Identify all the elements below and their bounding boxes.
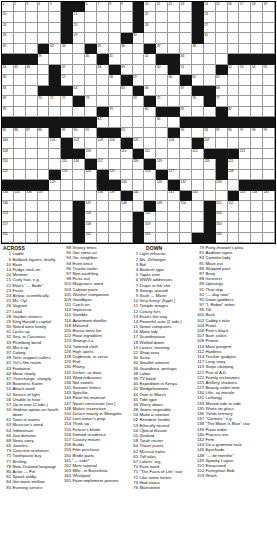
grid-cell[interactable] [144,180,156,190]
grid-cell[interactable] [239,159,251,169]
grid-cell[interactable] [263,138,275,148]
grid-cell[interactable]: 127 [168,170,180,180]
grid-cell[interactable] [144,75,156,85]
grid-cell[interactable] [156,75,168,85]
grid-cell[interactable] [168,233,180,243]
grid-cell[interactable]: 161 [2,233,14,243]
grid-cell[interactable] [251,159,263,169]
grid-cell[interactable] [49,12,61,22]
grid-cell[interactable] [239,86,251,96]
grid-cell[interactable] [97,233,109,243]
grid-cell[interactable] [228,180,240,190]
grid-cell[interactable]: 34 [61,44,73,54]
grid-cell[interactable]: 151 [216,201,228,211]
grid-cell[interactable] [14,107,26,117]
grid-cell[interactable]: 156 [216,212,228,222]
grid-cell[interactable] [26,233,38,243]
grid-cell[interactable]: 149 [156,201,168,211]
grid-cell[interactable] [26,149,38,159]
grid-cell[interactable] [180,159,192,169]
grid-cell[interactable]: 124 [85,170,97,180]
grid-cell[interactable]: 12 [168,2,180,12]
grid-cell[interactable] [251,75,263,85]
grid-cell[interactable]: 47 [61,65,73,75]
grid-cell[interactable]: 90 [73,128,85,138]
grid-cell[interactable] [14,75,26,85]
grid-cell[interactable] [168,201,180,211]
grid-cell[interactable] [109,96,121,106]
grid-cell[interactable] [168,149,180,159]
grid-cell[interactable] [251,23,263,33]
grid-cell[interactable]: 44 [2,65,14,75]
grid-cell[interactable] [156,149,168,159]
grid-cell[interactable]: 33 [49,44,61,54]
grid-cell[interactable] [180,233,192,243]
grid-cell[interactable] [239,96,251,106]
grid-cell[interactable]: 113 [239,149,251,159]
grid-cell[interactable]: 147 [85,201,97,211]
grid-cell[interactable] [121,170,133,180]
grid-cell[interactable] [156,212,168,222]
grid-cell[interactable] [49,159,61,169]
grid-cell[interactable] [38,23,50,33]
grid-cell[interactable]: 134 [2,191,14,201]
grid-cell[interactable] [144,65,156,75]
grid-cell[interactable]: 57 [61,75,73,85]
grid-cell[interactable] [263,222,275,232]
grid-cell[interactable]: 95 [216,128,228,138]
grid-cell[interactable] [263,96,275,106]
grid-cell[interactable]: 158 [85,222,97,232]
grid-cell[interactable] [38,222,50,232]
grid-cell[interactable]: 118 [133,159,145,169]
grid-cell[interactable]: 101 [49,138,61,148]
grid-cell[interactable] [85,65,97,75]
grid-cell[interactable] [239,23,251,33]
grid-cell[interactable] [228,86,240,96]
grid-cell[interactable]: 99 [263,128,275,138]
grid-cell[interactable] [192,65,204,75]
grid-cell[interactable] [61,212,73,222]
grid-cell[interactable] [73,170,85,180]
grid-cell[interactable] [121,222,133,232]
grid-cell[interactable]: 38 [192,44,204,54]
grid-cell[interactable]: 72 [61,96,73,106]
grid-cell[interactable]: 18 [251,2,263,12]
grid-cell[interactable]: 60 [168,75,180,85]
grid-cell[interactable]: 84 [156,117,168,127]
grid-cell[interactable] [97,201,109,211]
grid-cell[interactable] [133,117,145,127]
grid-cell[interactable]: 27 [204,23,216,33]
grid-cell[interactable]: 83 [97,117,109,127]
grid-cell[interactable]: 163 [144,233,156,243]
grid-cell[interactable]: 1 [2,2,14,12]
grid-cell[interactable]: 112 [192,149,204,159]
grid-cell[interactable]: 145 [263,191,275,201]
grid-cell[interactable] [156,128,168,138]
grid-cell[interactable]: 35 [97,44,109,54]
grid-cell[interactable]: 55 [263,65,275,75]
grid-cell[interactable]: 105 [133,138,145,148]
grid-cell[interactable]: 56 [2,75,14,85]
grid-cell[interactable] [73,191,85,201]
grid-cell[interactable] [121,96,133,106]
grid-cell[interactable] [38,233,50,243]
grid-cell[interactable] [251,33,263,43]
grid-cell[interactable]: 85 [2,128,14,138]
grid-cell[interactable]: 49 [121,65,133,75]
grid-cell[interactable]: 131 [156,180,168,190]
grid-cell[interactable] [49,33,61,43]
grid-cell[interactable]: 87 [26,128,38,138]
grid-cell[interactable] [204,107,216,117]
grid-cell[interactable] [26,212,38,222]
grid-cell[interactable] [14,212,26,222]
grid-cell[interactable]: 64 [73,86,85,96]
grid-cell[interactable] [263,75,275,85]
grid-cell[interactable] [156,233,168,243]
grid-cell[interactable] [26,44,38,54]
grid-cell[interactable] [97,23,109,33]
grid-cell[interactable]: 76 [192,96,204,106]
grid-cell[interactable] [49,23,61,33]
grid-cell[interactable] [263,33,275,43]
grid-cell[interactable] [121,159,133,169]
grid-cell[interactable]: 8 [109,2,121,12]
grid-cell[interactable]: 13 [180,2,192,12]
grid-cell[interactable] [14,86,26,96]
grid-cell[interactable] [73,75,85,85]
grid-cell[interactable]: 14 [204,2,216,12]
grid-cell[interactable] [239,201,251,211]
grid-cell[interactable]: 96 [228,128,240,138]
grid-cell[interactable] [239,233,251,243]
grid-cell[interactable]: 36 [121,44,133,54]
grid-cell[interactable]: 46 [26,65,38,75]
grid-cell[interactable] [192,170,204,180]
grid-cell[interactable]: 65 [121,86,133,96]
grid-cell[interactable] [251,149,263,159]
grid-cell[interactable] [26,107,38,117]
grid-cell[interactable] [85,191,97,201]
grid-cell[interactable]: 24 [2,23,14,33]
grid-cell[interactable] [204,180,216,190]
grid-cell[interactable] [144,191,156,201]
grid-cell[interactable]: 80 [144,107,156,117]
grid-cell[interactable] [251,107,263,117]
grid-cell[interactable] [14,149,26,159]
grid-cell[interactable] [239,212,251,222]
crossword-grid[interactable]: 1234567891011121314151617181920212223242… [1,1,276,244]
grid-cell[interactable] [73,180,85,190]
grid-cell[interactable] [121,23,133,33]
grid-cell[interactable] [133,65,145,75]
grid-cell[interactable]: 136 [26,191,38,201]
grid-cell[interactable] [109,222,121,232]
grid-cell[interactable] [168,86,180,96]
grid-cell[interactable]: 50 [156,65,168,75]
grid-cell[interactable] [192,159,204,169]
grid-cell[interactable] [26,86,38,96]
grid-cell[interactable] [73,107,85,117]
grid-cell[interactable]: 88 [38,128,50,138]
grid-cell[interactable] [204,75,216,85]
grid-cell[interactable] [228,23,240,33]
grid-cell[interactable] [228,33,240,43]
grid-cell[interactable] [263,12,275,22]
grid-cell[interactable]: 102 [73,138,85,148]
grid-cell[interactable] [85,12,97,22]
grid-cell[interactable]: 61 [192,75,204,85]
grid-cell[interactable] [97,12,109,22]
grid-cell[interactable] [49,201,61,211]
grid-cell[interactable]: 97 [239,128,251,138]
grid-cell[interactable] [228,75,240,85]
grid-cell[interactable] [156,138,168,148]
grid-cell[interactable]: 23 [204,12,216,22]
grid-cell[interactable] [216,12,228,22]
grid-cell[interactable]: 130 [121,180,133,190]
grid-cell[interactable]: 141 [168,191,180,201]
grid-cell[interactable] [168,212,180,222]
grid-cell[interactable] [228,12,240,22]
grid-cell[interactable] [263,86,275,96]
grid-cell[interactable] [216,54,228,64]
grid-cell[interactable]: 135 [14,191,26,201]
grid-cell[interactable]: 157 [2,222,14,232]
grid-cell[interactable]: 11 [156,2,168,12]
grid-cell[interactable] [239,12,251,22]
grid-cell[interactable]: 42 [144,54,156,64]
grid-cell[interactable] [251,212,263,222]
grid-cell[interactable] [14,33,26,43]
grid-cell[interactable] [85,75,97,85]
grid-cell[interactable]: 71 [49,96,61,106]
grid-cell[interactable] [228,222,240,232]
grid-cell[interactable] [251,222,263,232]
grid-cell[interactable] [144,128,156,138]
grid-cell[interactable] [109,212,121,222]
grid-cell[interactable] [204,54,216,64]
grid-cell[interactable]: 123 [61,170,73,180]
grid-cell[interactable] [38,75,50,85]
grid-cell[interactable] [26,170,38,180]
grid-cell[interactable] [216,23,228,33]
grid-cell[interactable]: 3 [26,2,38,12]
grid-cell[interactable]: 108 [2,149,14,159]
grid-cell[interactable]: 79 [109,107,121,117]
grid-cell[interactable] [14,44,26,54]
grid-cell[interactable]: 40 [85,54,97,64]
grid-cell[interactable]: 139 [109,191,121,201]
grid-cell[interactable] [156,191,168,201]
grid-cell[interactable]: 25 [73,23,85,33]
grid-cell[interactable] [61,107,73,117]
grid-cell[interactable]: 16 [228,2,240,12]
grid-cell[interactable] [168,12,180,22]
grid-cell[interactable] [180,23,192,33]
grid-cell[interactable] [26,96,38,106]
grid-cell[interactable] [109,159,121,169]
grid-cell[interactable] [85,86,97,96]
grid-cell[interactable] [26,138,38,148]
grid-cell[interactable]: 54 [251,65,263,75]
grid-cell[interactable]: 106 [168,138,180,148]
grid-cell[interactable]: 89 [61,128,73,138]
grid-cell[interactable] [38,212,50,222]
grid-cell[interactable] [85,138,97,148]
grid-cell[interactable] [180,44,192,54]
grid-cell[interactable]: 94 [204,128,216,138]
grid-cell[interactable] [239,222,251,232]
grid-cell[interactable]: 144 [251,191,263,201]
grid-cell[interactable] [228,212,240,222]
grid-cell[interactable] [180,149,192,159]
grid-cell[interactable]: 146 [2,201,14,211]
grid-cell[interactable] [263,149,275,159]
grid-cell[interactable] [26,159,38,169]
grid-cell[interactable] [38,138,50,148]
grid-cell[interactable] [180,33,192,43]
grid-cell[interactable] [156,33,168,43]
grid-cell[interactable]: 128 [228,170,240,180]
grid-cell[interactable] [121,107,133,117]
grid-cell[interactable]: 107 [204,138,216,148]
grid-cell[interactable] [121,212,133,222]
grid-cell[interactable] [180,170,192,180]
grid-cell[interactable]: 77 [216,96,228,106]
grid-cell[interactable] [109,23,121,33]
grid-cell[interactable] [156,12,168,22]
grid-cell[interactable] [168,33,180,43]
grid-cell[interactable] [180,138,192,148]
grid-cell[interactable] [85,180,97,190]
grid-cell[interactable]: 153 [2,212,14,222]
grid-cell[interactable]: 15 [216,2,228,12]
grid-cell[interactable] [97,222,109,232]
grid-cell[interactable]: 143 [239,191,251,201]
grid-cell[interactable] [192,128,204,138]
grid-cell[interactable] [263,159,275,169]
grid-cell[interactable] [49,233,61,243]
grid-cell[interactable]: 63 [2,86,14,96]
grid-cell[interactable] [251,44,263,54]
grid-cell[interactable] [14,159,26,169]
grid-cell[interactable] [109,149,121,159]
grid-cell[interactable]: 129 [49,180,61,190]
grid-cell[interactable] [216,191,228,201]
grid-cell[interactable]: 51 [180,65,192,75]
grid-cell[interactable] [38,107,50,117]
grid-cell[interactable] [49,149,61,159]
grid-cell[interactable] [239,33,251,43]
grid-cell[interactable]: 116 [73,159,85,169]
grid-cell[interactable]: 29 [73,33,85,43]
grid-cell[interactable]: 30 [133,33,145,43]
grid-cell[interactable]: 86 [14,128,26,138]
grid-cell[interactable] [239,170,251,180]
grid-cell[interactable] [26,222,38,232]
grid-cell[interactable] [121,12,133,22]
grid-cell[interactable]: 150 [180,201,192,211]
grid-cell[interactable]: 126 [144,170,156,180]
grid-cell[interactable] [38,170,50,180]
grid-cell[interactable]: 137 [38,191,50,201]
grid-cell[interactable] [38,33,50,43]
grid-cell[interactable] [168,23,180,33]
grid-cell[interactable] [97,86,109,96]
grid-cell[interactable] [38,159,50,169]
grid-cell[interactable] [239,107,251,117]
grid-cell[interactable]: 159 [144,222,156,232]
grid-cell[interactable]: 41 [109,54,121,64]
grid-cell[interactable]: 67 [180,86,192,96]
grid-cell[interactable]: 138 [97,191,109,201]
grid-cell[interactable]: 160 [216,222,228,232]
grid-cell[interactable] [14,201,26,211]
grid-cell[interactable] [228,96,240,106]
grid-cell[interactable] [14,23,26,33]
grid-cell[interactable] [85,107,97,117]
grid-cell[interactable] [192,107,204,117]
grid-cell[interactable]: 4 [38,2,50,12]
grid-cell[interactable] [133,128,145,138]
grid-cell[interactable]: 132 [180,180,192,190]
grid-cell[interactable]: 19 [263,2,275,12]
grid-cell[interactable] [61,222,73,232]
grid-cell[interactable]: 100 [2,138,14,148]
grid-cell[interactable] [228,138,240,148]
grid-cell[interactable] [26,75,38,85]
grid-cell[interactable] [97,96,109,106]
grid-cell[interactable] [14,233,26,243]
grid-cell[interactable] [109,44,121,54]
grid-cell[interactable]: 110 [121,149,133,159]
grid-cell[interactable] [156,23,168,33]
grid-cell[interactable]: 70 [38,96,50,106]
grid-cell[interactable] [109,201,121,211]
grid-cell[interactable] [49,54,61,64]
grid-cell[interactable] [180,212,192,222]
grid-cell[interactable]: 140 [133,191,145,201]
grid-cell[interactable] [251,12,263,22]
grid-cell[interactable] [263,212,275,222]
grid-cell[interactable] [14,222,26,232]
grid-cell[interactable] [73,54,85,64]
grid-cell[interactable] [121,54,133,64]
grid-cell[interactable]: 17 [239,2,251,12]
grid-cell[interactable] [109,86,121,96]
grid-cell[interactable]: 155 [144,212,156,222]
grid-cell[interactable] [109,117,121,127]
grid-cell[interactable]: 58 [109,75,121,85]
grid-cell[interactable] [263,201,275,211]
grid-cell[interactable]: 78 [2,107,14,117]
grid-cell[interactable] [14,138,26,148]
grid-cell[interactable] [49,107,61,117]
grid-cell[interactable] [121,233,133,243]
grid-cell[interactable] [49,222,61,232]
grid-cell[interactable] [239,75,251,85]
grid-cell[interactable]: 73 [85,96,97,106]
grid-cell[interactable] [204,44,216,54]
grid-cell[interactable] [144,138,156,148]
grid-cell[interactable] [251,96,263,106]
grid-cell[interactable] [251,138,263,148]
grid-cell[interactable]: 117 [97,159,109,169]
grid-cell[interactable] [73,65,85,75]
